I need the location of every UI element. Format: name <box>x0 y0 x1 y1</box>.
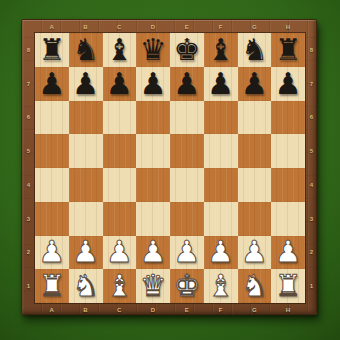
piece-black-pawn-f7[interactable]: ♟ <box>207 69 234 99</box>
square-b8[interactable]: ♞ <box>69 33 103 67</box>
coord-rank-8-right: 8 <box>310 47 314 53</box>
square-h5[interactable] <box>271 134 305 168</box>
coord-rank-1-left: 1 <box>27 283 31 289</box>
coord-rank-2-right: 2 <box>310 249 314 255</box>
piece-white-pawn-h2[interactable]: ♟ <box>275 237 302 267</box>
square-d5[interactable] <box>136 134 170 168</box>
coord-file-b-bottom: B <box>83 307 88 313</box>
coord-rank-6-left: 6 <box>27 114 31 120</box>
coord-file-h-bottom: H <box>286 307 291 313</box>
square-e5[interactable] <box>170 134 204 168</box>
square-h3[interactable] <box>271 202 305 236</box>
square-f2[interactable]: ♟ <box>204 236 238 270</box>
square-d3[interactable] <box>136 202 170 236</box>
coord-file-d-bottom: D <box>151 307 156 313</box>
coord-rank-1-right: 1 <box>310 283 314 289</box>
square-e6[interactable] <box>170 101 204 135</box>
piece-white-pawn-g2[interactable]: ♟ <box>241 237 268 267</box>
square-b6[interactable] <box>69 101 103 135</box>
piece-black-pawn-g7[interactable]: ♟ <box>241 69 268 99</box>
square-g6[interactable] <box>238 101 272 135</box>
chess-board: ♜♞♝♛♚♝♞♜♟♟♟♟♟♟♟♟♟♟♟♟♟♟♟♟♜♞♝♛♚♝♞♜ AABBCCD… <box>21 19 317 315</box>
piece-white-bishop-f1[interactable]: ♝ <box>207 271 234 301</box>
coord-file-g-bottom: G <box>252 307 257 313</box>
square-f6[interactable] <box>204 101 238 135</box>
square-g8[interactable]: ♞ <box>238 33 272 67</box>
piece-white-knight-b1[interactable]: ♞ <box>72 271 99 301</box>
square-b5[interactable] <box>69 134 103 168</box>
piece-white-pawn-d2[interactable]: ♟ <box>140 237 167 267</box>
square-a3[interactable] <box>35 202 69 236</box>
coord-file-f-top: F <box>219 24 223 30</box>
piece-white-bishop-c1[interactable]: ♝ <box>106 271 133 301</box>
coord-rank-3-right: 3 <box>310 216 314 222</box>
coord-rank-3-left: 3 <box>27 216 31 222</box>
piece-white-pawn-e2[interactable]: ♟ <box>173 237 200 267</box>
square-d1[interactable]: ♛ <box>136 269 170 303</box>
piece-black-pawn-h7[interactable]: ♟ <box>275 69 302 99</box>
coord-rank-4-left: 4 <box>27 182 31 188</box>
square-e1[interactable]: ♚ <box>170 269 204 303</box>
piece-black-queen-d8[interactable]: ♛ <box>140 35 167 65</box>
piece-white-rook-h1[interactable]: ♜ <box>275 271 302 301</box>
piece-black-bishop-f8[interactable]: ♝ <box>207 35 234 65</box>
square-e3[interactable] <box>170 202 204 236</box>
square-f7[interactable]: ♟ <box>204 67 238 101</box>
coord-file-f-bottom: F <box>219 307 223 313</box>
piece-black-pawn-d7[interactable]: ♟ <box>140 69 167 99</box>
square-d2[interactable]: ♟ <box>136 236 170 270</box>
table-felt-background: ♜♞♝♛♚♝♞♜♟♟♟♟♟♟♟♟♟♟♟♟♟♟♟♟♜♞♝♛♚♝♞♜ AABBCCD… <box>0 0 340 340</box>
square-g7[interactable]: ♟ <box>238 67 272 101</box>
square-d8[interactable]: ♛ <box>136 33 170 67</box>
piece-black-pawn-b7[interactable]: ♟ <box>72 69 99 99</box>
piece-black-king-e8[interactable]: ♚ <box>173 35 200 65</box>
square-e4[interactable] <box>170 168 204 202</box>
coord-file-e-bottom: E <box>185 307 189 313</box>
coord-rank-2-left: 2 <box>27 249 31 255</box>
piece-white-queen-d1[interactable]: ♛ <box>140 271 167 301</box>
coord-file-c-top: C <box>117 24 122 30</box>
square-c2[interactable]: ♟ <box>103 236 137 270</box>
coord-rank-4-right: 4 <box>310 182 314 188</box>
square-c3[interactable] <box>103 202 137 236</box>
coord-rank-7-right: 7 <box>310 81 314 87</box>
square-e8[interactable]: ♚ <box>170 33 204 67</box>
square-a6[interactable] <box>35 101 69 135</box>
coord-file-g-top: G <box>252 24 257 30</box>
square-h4[interactable] <box>271 168 305 202</box>
piece-black-bishop-c8[interactable]: ♝ <box>106 35 133 65</box>
square-d4[interactable] <box>136 168 170 202</box>
square-a4[interactable] <box>35 168 69 202</box>
square-c8[interactable]: ♝ <box>103 33 137 67</box>
coord-rank-7-left: 7 <box>27 81 31 87</box>
square-f4[interactable] <box>204 168 238 202</box>
piece-white-rook-a1[interactable]: ♜ <box>38 271 65 301</box>
square-f1[interactable]: ♝ <box>204 269 238 303</box>
coord-file-a-bottom: A <box>50 307 55 313</box>
square-a7[interactable]: ♟ <box>35 67 69 101</box>
square-e7[interactable]: ♟ <box>170 67 204 101</box>
square-c4[interactable] <box>103 168 137 202</box>
piece-white-king-e1[interactable]: ♚ <box>173 271 200 301</box>
coord-file-h-top: H <box>286 24 291 30</box>
square-a8[interactable]: ♜ <box>35 33 69 67</box>
square-c7[interactable]: ♟ <box>103 67 137 101</box>
square-d7[interactable]: ♟ <box>136 67 170 101</box>
square-f3[interactable] <box>204 202 238 236</box>
piece-black-pawn-c7[interactable]: ♟ <box>106 69 133 99</box>
square-h7[interactable]: ♟ <box>271 67 305 101</box>
square-h2[interactable]: ♟ <box>271 236 305 270</box>
coord-rank-5-left: 5 <box>27 148 31 154</box>
piece-white-pawn-f2[interactable]: ♟ <box>207 237 234 267</box>
square-g3[interactable] <box>238 202 272 236</box>
piece-black-rook-h8[interactable]: ♜ <box>275 35 302 65</box>
square-g4[interactable] <box>238 168 272 202</box>
piece-white-pawn-a2[interactable]: ♟ <box>38 237 65 267</box>
piece-white-knight-g1[interactable]: ♞ <box>241 271 268 301</box>
piece-black-knight-g8[interactable]: ♞ <box>241 35 268 65</box>
square-a1[interactable]: ♜ <box>35 269 69 303</box>
square-a5[interactable] <box>35 134 69 168</box>
coord-file-b-top: B <box>83 24 88 30</box>
square-b1[interactable]: ♞ <box>69 269 103 303</box>
square-c1[interactable]: ♝ <box>103 269 137 303</box>
square-a2[interactable]: ♟ <box>35 236 69 270</box>
coord-file-e-top: E <box>185 24 189 30</box>
square-d6[interactable] <box>136 101 170 135</box>
coord-rank-6-right: 6 <box>310 114 314 120</box>
square-b4[interactable] <box>69 168 103 202</box>
square-c6[interactable] <box>103 101 137 135</box>
piece-black-knight-b8[interactable]: ♞ <box>72 35 99 65</box>
square-b7[interactable]: ♟ <box>69 67 103 101</box>
square-b2[interactable]: ♟ <box>69 236 103 270</box>
square-g5[interactable] <box>238 134 272 168</box>
coord-rank-8-left: 8 <box>27 47 31 53</box>
piece-black-pawn-a7[interactable]: ♟ <box>38 69 65 99</box>
square-g2[interactable]: ♟ <box>238 236 272 270</box>
coord-file-a-top: A <box>50 24 55 30</box>
coord-file-c-bottom: C <box>117 307 122 313</box>
square-b3[interactable] <box>69 202 103 236</box>
square-f5[interactable] <box>204 134 238 168</box>
square-h8[interactable]: ♜ <box>271 33 305 67</box>
square-h6[interactable] <box>271 101 305 135</box>
piece-white-pawn-c2[interactable]: ♟ <box>106 237 133 267</box>
square-g1[interactable]: ♞ <box>238 269 272 303</box>
board-grid: ♜♞♝♛♚♝♞♜♟♟♟♟♟♟♟♟♟♟♟♟♟♟♟♟♜♞♝♛♚♝♞♜ <box>35 33 305 303</box>
piece-black-rook-a8[interactable]: ♜ <box>38 35 65 65</box>
square-c5[interactable] <box>103 134 137 168</box>
square-h1[interactable]: ♜ <box>271 269 305 303</box>
square-e2[interactable]: ♟ <box>170 236 204 270</box>
coord-rank-5-right: 5 <box>310 148 314 154</box>
coord-file-d-top: D <box>151 24 156 30</box>
square-f8[interactable]: ♝ <box>204 33 238 67</box>
piece-white-pawn-b2[interactable]: ♟ <box>72 237 99 267</box>
piece-black-pawn-e7[interactable]: ♟ <box>173 69 200 99</box>
